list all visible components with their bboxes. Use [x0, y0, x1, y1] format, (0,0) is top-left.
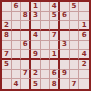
sudoku-cell-r5c7[interactable]: 3 [60, 41, 70, 51]
sudoku-cell-r9c9[interactable] [79, 79, 89, 89]
sudoku-cell-r4c8[interactable] [70, 31, 80, 41]
sudoku-cell-r2c8[interactable] [70, 12, 80, 22]
sudoku-cell-r3c8[interactable] [70, 21, 80, 31]
sudoku-cell-r8c8[interactable] [70, 70, 80, 80]
sudoku-cell-r7c3[interactable] [21, 60, 31, 70]
sudoku-cell-r7c6[interactable] [50, 60, 60, 70]
sudoku-cell-r2c2[interactable] [12, 12, 22, 22]
sudoku-cell-r9c1[interactable] [2, 79, 12, 89]
sudoku-cell-r2c7[interactable]: 6 [60, 12, 70, 22]
sudoku-cell-r1c5[interactable] [41, 2, 51, 12]
sudoku-cell-r6c6[interactable]: 1 [50, 50, 60, 60]
sudoku-cell-r9c3[interactable] [21, 79, 31, 89]
sudoku-cell-r3c1[interactable]: 2 [2, 21, 12, 31]
sudoku-cell-r1c7[interactable] [60, 2, 70, 12]
sudoku-cell-r6c8[interactable] [70, 50, 80, 60]
sudoku-cell-r6c7[interactable] [60, 50, 70, 60]
sudoku-cell-r6c4[interactable]: 9 [31, 50, 41, 60]
sudoku-cell-r2c5[interactable] [41, 12, 51, 22]
sudoku-cell-r6c1[interactable]: 7 [2, 50, 12, 60]
sudoku-cell-r9c8[interactable]: 7 [70, 79, 80, 89]
sudoku-cell-r8c4[interactable]: 2 [31, 70, 41, 80]
sudoku-cell-r7c7[interactable] [60, 60, 70, 70]
sudoku-cell-r9c5[interactable] [41, 79, 51, 89]
sudoku-cell-r6c9[interactable]: 4 [79, 50, 89, 60]
sudoku-cell-r9c6[interactable]: 8 [50, 79, 60, 89]
sudoku-cell-r7c2[interactable] [12, 60, 22, 70]
sudoku-cell-r8c6[interactable]: 6 [50, 70, 60, 80]
sudoku-cell-r1c3[interactable] [21, 2, 31, 12]
sudoku-cell-r8c5[interactable] [41, 70, 51, 80]
sudoku-cell-r2c3[interactable]: 8 [21, 12, 31, 22]
sudoku-cell-r1c6[interactable]: 4 [50, 2, 60, 12]
sudoku-cell-r2c4[interactable]: 3 [31, 12, 41, 22]
sudoku-cell-r3c6[interactable] [50, 21, 60, 31]
sudoku-cell-r4c7[interactable] [60, 31, 70, 41]
sudoku-cell-r6c5[interactable] [41, 50, 51, 60]
sudoku-cell-r1c4[interactable]: 1 [31, 2, 41, 12]
sudoku-cell-r4c5[interactable] [41, 31, 51, 41]
sudoku-cell-r5c6[interactable] [50, 41, 60, 51]
sudoku-cell-r4c9[interactable]: 6 [79, 31, 89, 41]
sudoku-cell-r7c4[interactable] [31, 60, 41, 70]
sudoku-cell-r8c1[interactable] [2, 70, 12, 80]
sudoku-cell-r7c8[interactable] [70, 60, 80, 70]
sudoku-cell-r3c2[interactable] [12, 21, 22, 31]
sudoku-cell-r5c9[interactable] [79, 41, 89, 51]
sudoku-cell-r7c9[interactable]: 2 [79, 60, 89, 70]
sudoku-cell-r4c4[interactable]: 4 [31, 31, 41, 41]
sudoku-cell-r4c6[interactable]: 7 [50, 31, 60, 41]
sudoku-cell-r1c9[interactable] [79, 2, 89, 12]
sudoku-cell-r8c7[interactable]: 9 [60, 70, 70, 80]
sudoku-cell-r4c3[interactable] [21, 31, 31, 41]
sudoku-cell-r1c1[interactable] [2, 2, 12, 12]
sudoku-cell-r5c2[interactable] [12, 41, 22, 51]
sudoku-cell-r4c1[interactable]: 8 [2, 31, 12, 41]
sudoku-cell-r3c4[interactable] [31, 21, 41, 31]
sudoku-cell-r5c3[interactable]: 6 [21, 41, 31, 51]
sudoku-cell-r7c5[interactable] [41, 60, 51, 70]
sudoku-board: 614583562184766379145272694587 [0, 0, 91, 91]
sudoku-cell-r5c5[interactable] [41, 41, 51, 51]
sudoku-cell-r7c1[interactable]: 5 [2, 60, 12, 70]
sudoku-cell-r8c3[interactable]: 7 [21, 70, 31, 80]
sudoku-cell-r2c6[interactable]: 5 [50, 12, 60, 22]
sudoku-cell-r9c7[interactable] [60, 79, 70, 89]
sudoku-cell-r1c8[interactable]: 5 [70, 2, 80, 12]
sudoku-cell-r3c7[interactable] [60, 21, 70, 31]
sudoku-cell-r5c8[interactable] [70, 41, 80, 51]
sudoku-cell-r2c1[interactable] [2, 12, 12, 22]
sudoku-cell-r3c3[interactable] [21, 21, 31, 31]
sudoku-cell-r6c2[interactable] [12, 50, 22, 60]
sudoku-cell-r1c2[interactable]: 6 [12, 2, 22, 12]
sudoku-cell-r6c3[interactable] [21, 50, 31, 60]
sudoku-cell-r4c2[interactable] [12, 31, 22, 41]
sudoku-cell-r8c2[interactable] [12, 70, 22, 80]
sudoku-cell-r3c5[interactable] [41, 21, 51, 31]
sudoku-cell-r5c4[interactable] [31, 41, 41, 51]
sudoku-cell-r9c2[interactable]: 4 [12, 79, 22, 89]
sudoku-cell-r2c9[interactable] [79, 12, 89, 22]
sudoku-cell-r3c9[interactable]: 1 [79, 21, 89, 31]
sudoku-cell-r8c9[interactable] [79, 70, 89, 80]
sudoku-cell-r9c4[interactable]: 5 [31, 79, 41, 89]
sudoku-cell-r5c1[interactable] [2, 41, 12, 51]
